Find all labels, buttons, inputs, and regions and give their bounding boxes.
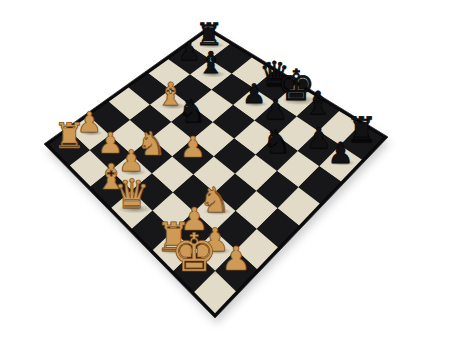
board-grid: [49, 31, 383, 313]
chessboard: [0, 0, 450, 338]
chess-set-photo: ♜♛♚♝♜♟♝♟♟♟♟♞♞♝♟♞♞♟♟♟♟♟♟♜♝♛♜♚: [0, 0, 450, 338]
